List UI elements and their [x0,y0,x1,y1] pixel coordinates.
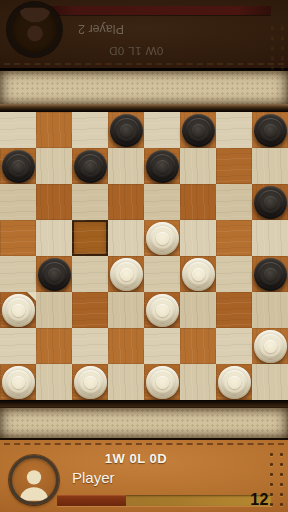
piece-black-man[interactable] [182,114,215,147]
square-1-7 [252,148,288,184]
square-7-2[interactable] [72,364,108,400]
square-7-3 [108,364,144,400]
square-4-7[interactable] [252,256,288,292]
square-3-5 [180,220,216,256]
opponent-bar: Player 2 0W 1L 0D [0,0,288,70]
piece-white-man[interactable] [146,294,179,327]
square-2-4 [144,184,180,220]
stitch-seam-bottom-bar [4,443,284,445]
square-7-6[interactable] [216,364,252,400]
piece-white-man[interactable] [182,258,215,291]
square-0-4 [144,112,180,148]
square-6-2 [72,328,108,364]
piece-white-man[interactable] [110,258,143,291]
square-6-1[interactable] [36,328,72,364]
square-4-1[interactable] [36,256,72,292]
square-4-5[interactable] [180,256,216,292]
piece-black-man[interactable] [74,150,107,183]
square-6-0 [0,328,36,364]
player-avatar[interactable] [9,455,59,505]
square-3-4[interactable] [144,220,180,256]
piece-white-man[interactable] [218,366,251,399]
square-0-6 [216,112,252,148]
square-4-0 [0,256,36,292]
square-3-7 [252,220,288,256]
board-frame-top [0,70,288,105]
opponent-avatar-icon [13,4,57,48]
stitch-seam-top-bar [4,63,284,65]
square-2-2 [72,184,108,220]
square-3-2[interactable] [72,220,108,256]
square-4-4 [144,256,180,292]
square-5-6[interactable] [216,292,252,328]
piece-black-man[interactable] [146,150,179,183]
piece-black-man[interactable] [38,258,71,291]
square-6-3[interactable] [108,328,144,364]
square-4-2 [72,256,108,292]
square-2-7[interactable] [252,184,288,220]
square-1-6[interactable] [216,148,252,184]
opponent-avatar[interactable] [7,2,62,57]
piece-white-man[interactable] [74,366,107,399]
square-7-5 [180,364,216,400]
square-5-0[interactable] [0,292,36,328]
piece-black-man[interactable] [254,114,287,147]
square-2-1[interactable] [36,184,72,220]
piece-white-man[interactable] [146,366,179,399]
square-0-7[interactable] [252,112,288,148]
checkers-board [0,112,288,400]
square-6-7[interactable] [252,328,288,364]
square-5-1 [36,292,72,328]
board-edge-bottom [0,400,288,408]
board-edge-top [0,104,288,112]
square-0-1[interactable] [36,112,72,148]
square-7-4[interactable] [144,364,180,400]
square-0-5[interactable] [180,112,216,148]
app-screen: Player 2 0W 1L 0D 1W 0L 0D Player 12 [0,0,288,512]
square-6-4 [144,328,180,364]
player-bar: 1W 0L 0D Player 12 [0,438,288,512]
piece-white-man[interactable] [2,294,35,327]
square-6-6 [216,328,252,364]
player-stats: 1W 0L 0D [56,451,216,467]
square-3-1 [36,220,72,256]
square-1-1 [36,148,72,184]
player-avatar-icon [14,464,54,504]
square-1-3 [108,148,144,184]
opponent-name: Player 2 [60,21,142,37]
piece-black-man[interactable] [2,150,35,183]
square-0-0 [0,112,36,148]
square-0-2 [72,112,108,148]
square-3-0[interactable] [0,220,36,256]
square-5-4[interactable] [144,292,180,328]
player-name: Player [72,469,115,487]
square-2-0 [0,184,36,220]
square-1-5 [180,148,216,184]
square-0-3[interactable] [108,112,144,148]
square-4-3[interactable] [108,256,144,292]
square-5-5 [180,292,216,328]
stitch-decoration-bottom [270,453,283,506]
piece-white-man[interactable] [254,330,287,363]
square-3-3 [108,220,144,256]
square-5-7 [252,292,288,328]
square-2-6 [216,184,252,220]
piece-black-man[interactable] [254,186,287,219]
square-1-0[interactable] [0,148,36,184]
square-1-2[interactable] [72,148,108,184]
square-4-6 [216,256,252,292]
piece-black-man[interactable] [254,258,287,291]
piece-black-man[interactable] [110,114,143,147]
square-7-0[interactable] [0,364,36,400]
square-3-6[interactable] [216,220,252,256]
square-6-5[interactable] [180,328,216,364]
square-5-2[interactable] [72,292,108,328]
piece-white-man[interactable] [2,366,35,399]
square-7-1 [36,364,72,400]
square-7-7 [252,364,288,400]
piece-white-man[interactable] [146,222,179,255]
opponent-stats: 0W 1L 0D [88,43,184,58]
opponent-timer-bar [48,6,271,15]
square-2-5[interactable] [180,184,216,220]
player-timer-fill [57,495,126,506]
player-timer-value: 12 [250,491,269,509]
board-frame-bottom [0,408,288,438]
player-timer-bar: 12 [57,495,272,506]
square-1-4[interactable] [144,148,180,184]
square-2-3[interactable] [108,184,144,220]
square-5-3 [108,292,144,328]
